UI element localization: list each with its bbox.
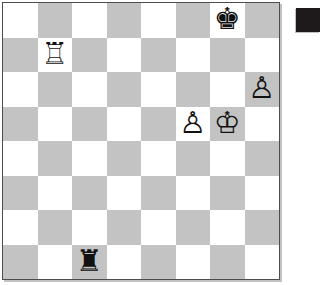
chess-diagram: ♚♖♙♙♔♜ [0,0,323,285]
square-d6[interactable] [107,72,142,107]
square-f3[interactable] [176,176,211,211]
square-e2[interactable] [141,210,176,245]
square-h2[interactable] [245,210,280,245]
square-h5[interactable] [245,107,280,142]
square-c2[interactable] [72,210,107,245]
square-a7[interactable] [3,38,38,73]
square-e7[interactable] [141,38,176,73]
square-e8[interactable] [141,3,176,38]
square-d2[interactable] [107,210,142,245]
square-e1[interactable] [141,245,176,280]
square-f7[interactable] [176,38,211,73]
square-g2[interactable] [210,210,245,245]
square-c8[interactable] [72,3,107,38]
square-g7[interactable] [210,38,245,73]
square-c6[interactable] [72,72,107,107]
square-b2[interactable] [38,210,73,245]
square-c1[interactable]: ♜ [72,245,107,280]
square-e6[interactable] [141,72,176,107]
piece-black-king[interactable]: ♚ [214,4,241,34]
square-a8[interactable] [3,3,38,38]
square-h7[interactable] [245,38,280,73]
square-d1[interactable] [107,245,142,280]
square-e5[interactable] [141,107,176,142]
square-f5[interactable]: ♙ [176,107,211,142]
square-f8[interactable] [176,3,211,38]
square-b1[interactable] [38,245,73,280]
square-a4[interactable] [3,141,38,176]
square-b6[interactable] [38,72,73,107]
piece-white-pawn[interactable]: ♙ [248,73,275,103]
square-d3[interactable] [107,176,142,211]
square-f1[interactable] [176,245,211,280]
square-g5[interactable]: ♔ [210,107,245,142]
piece-white-pawn[interactable]: ♙ [179,108,206,138]
square-c7[interactable] [72,38,107,73]
square-g6[interactable] [210,72,245,107]
square-b4[interactable] [38,141,73,176]
piece-black-rook[interactable]: ♜ [76,246,103,276]
square-d5[interactable] [107,107,142,142]
square-a2[interactable] [3,210,38,245]
square-f2[interactable] [176,210,211,245]
square-b5[interactable] [38,107,73,142]
square-h6[interactable]: ♙ [245,72,280,107]
piece-white-king[interactable]: ♔ [214,108,241,138]
square-e4[interactable] [141,141,176,176]
square-g8[interactable]: ♚ [210,3,245,38]
square-h1[interactable] [245,245,280,280]
square-h3[interactable] [245,176,280,211]
square-e3[interactable] [141,176,176,211]
square-c4[interactable] [72,141,107,176]
square-a5[interactable] [3,107,38,142]
square-b8[interactable] [38,3,73,38]
square-c5[interactable] [72,107,107,142]
square-d7[interactable] [107,38,142,73]
square-a3[interactable] [3,176,38,211]
square-g4[interactable] [210,141,245,176]
square-f6[interactable] [176,72,211,107]
square-f4[interactable] [176,141,211,176]
square-g1[interactable] [210,245,245,280]
square-d4[interactable] [107,141,142,176]
square-b3[interactable] [38,176,73,211]
square-a6[interactable] [3,72,38,107]
side-to-move-indicator [296,8,320,32]
square-b7[interactable]: ♖ [38,38,73,73]
chess-board: ♚♖♙♙♔♜ [2,2,280,280]
square-h8[interactable] [245,3,280,38]
square-g3[interactable] [210,176,245,211]
square-a1[interactable] [3,245,38,280]
square-d8[interactable] [107,3,142,38]
square-c3[interactable] [72,176,107,211]
piece-white-rook[interactable]: ♖ [41,39,68,69]
square-h4[interactable] [245,141,280,176]
